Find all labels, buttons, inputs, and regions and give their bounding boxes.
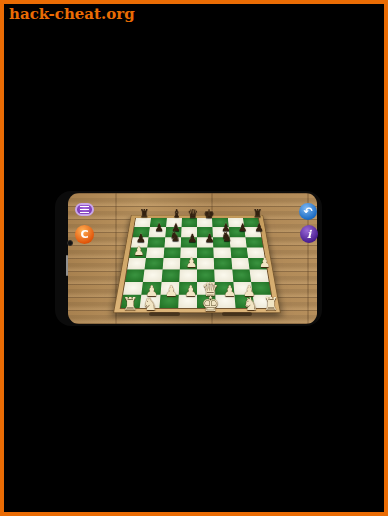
restart-button[interactable]: C [75, 225, 94, 244]
restart-icon: C [80, 228, 88, 241]
screenshot-frame: hack-cheat.org ♜♝♛♚♜♟♟♟♟♟♟♞♟♟♞♟♟♟♟♟♟♛♟♟♜… [0, 0, 388, 516]
square-b1[interactable] [140, 295, 160, 309]
phone-camera-icon [67, 240, 73, 246]
square-d4[interactable] [180, 258, 197, 269]
square-d8[interactable] [181, 218, 197, 227]
square-g5[interactable] [230, 247, 248, 258]
square-g8[interactable] [228, 218, 244, 227]
watermark-text: hack-cheat.org [9, 5, 135, 23]
square-g4[interactable] [231, 258, 249, 269]
square-c5[interactable] [163, 247, 180, 258]
phone-edge-highlight [66, 255, 68, 276]
undo-button[interactable]: ↶ [299, 203, 317, 220]
square-h2[interactable] [251, 282, 271, 295]
board-frame [113, 215, 281, 313]
square-d5[interactable] [180, 247, 197, 258]
square-d2[interactable] [179, 282, 197, 295]
square-h6[interactable] [245, 237, 263, 247]
square-c6[interactable] [164, 237, 181, 247]
square-d3[interactable] [179, 270, 197, 282]
menu-icon [80, 205, 89, 214]
square-b2[interactable] [142, 282, 162, 295]
square-e5[interactable] [197, 247, 214, 258]
square-g1[interactable] [234, 295, 254, 309]
square-f1[interactable] [215, 295, 235, 309]
info-button[interactable]: i [300, 225, 318, 243]
square-c2[interactable] [160, 282, 179, 295]
square-a2[interactable] [123, 282, 143, 295]
square-c1[interactable] [159, 295, 179, 309]
square-g7[interactable] [228, 227, 245, 237]
square-d7[interactable] [181, 227, 197, 237]
square-h5[interactable] [247, 247, 265, 258]
square-e8[interactable] [197, 218, 213, 227]
square-b4[interactable] [145, 258, 163, 269]
square-b5[interactable] [146, 247, 164, 258]
square-a8[interactable] [134, 218, 151, 227]
square-h7[interactable] [244, 227, 261, 237]
square-g3[interactable] [232, 270, 251, 282]
square-h1[interactable] [252, 295, 273, 309]
square-c7[interactable] [165, 227, 181, 237]
square-e2[interactable] [197, 282, 215, 295]
square-f4[interactable] [214, 258, 232, 269]
menu-button[interactable] [75, 203, 94, 216]
square-e3[interactable] [197, 270, 215, 282]
square-b8[interactable] [150, 218, 166, 227]
square-h8[interactable] [243, 218, 260, 227]
square-c4[interactable] [162, 258, 180, 269]
square-e1[interactable] [197, 295, 216, 309]
square-g2[interactable] [233, 282, 253, 295]
info-icon: i [307, 228, 311, 241]
square-f3[interactable] [214, 270, 232, 282]
square-f5[interactable] [214, 247, 231, 258]
board-frame-label-right [222, 312, 252, 316]
square-c8[interactable] [166, 218, 182, 227]
square-b6[interactable] [147, 237, 164, 247]
square-h3[interactable] [249, 270, 268, 282]
square-g6[interactable] [229, 237, 246, 247]
square-f6[interactable] [213, 237, 230, 247]
square-c3[interactable] [161, 270, 179, 282]
square-h4[interactable] [248, 258, 267, 269]
square-e6[interactable] [197, 237, 214, 247]
square-a1[interactable] [121, 295, 142, 309]
square-d6[interactable] [180, 237, 197, 247]
square-a4[interactable] [127, 258, 146, 269]
app-screen [68, 193, 317, 324]
board-squares [120, 218, 275, 309]
square-f7[interactable] [213, 227, 229, 237]
square-d1[interactable] [178, 295, 197, 309]
square-e7[interactable] [197, 227, 213, 237]
square-a3[interactable] [125, 270, 144, 282]
square-a5[interactable] [129, 247, 147, 258]
square-f2[interactable] [215, 282, 234, 295]
board-frame-label-left [149, 312, 180, 316]
undo-icon: ↶ [303, 205, 312, 218]
square-e4[interactable] [197, 258, 214, 269]
chess-board[interactable] [113, 215, 281, 313]
square-a6[interactable] [131, 237, 149, 247]
square-b3[interactable] [143, 270, 162, 282]
square-b7[interactable] [149, 227, 166, 237]
square-f8[interactable] [212, 218, 228, 227]
square-a7[interactable] [133, 227, 150, 237]
